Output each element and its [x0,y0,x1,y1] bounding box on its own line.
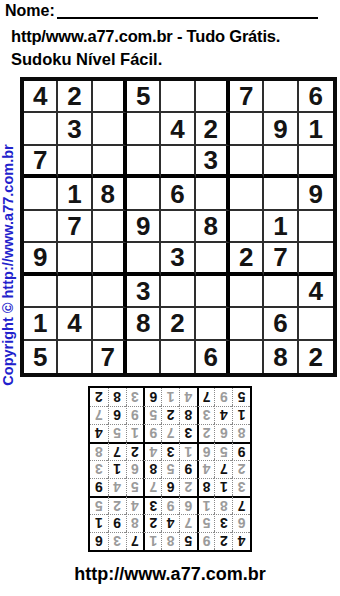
puzzle-cell-r9c9: 2 [299,341,333,373]
solution-cell-r7c9: 4 [90,424,108,442]
solution-cell-r7c5: 7 [161,424,179,442]
puzzle-cell-r4c2: 1 [58,178,92,210]
solution-cell-r6c7: 2 [126,442,144,460]
solution-cell-r1c1: 4 [232,532,250,550]
solution-cell-r9c7: 3 [126,388,144,406]
solution-cell-r7c2: 6 [214,424,232,442]
solution-cell-r1c2: 2 [214,532,232,550]
solution-cell-r3c7: 4 [126,496,144,514]
puzzle-cell-r5c7 [230,211,264,243]
sudoku-print-page: Nome: http/www.a77.com.br - Tudo Grátis.… [0,0,340,596]
solution-cell-r3c6: 3 [143,496,161,514]
puzzle-cell-r9c2 [58,341,92,373]
solution-cell-r1c3: 9 [197,532,215,550]
puzzle-cell-r2c7 [230,113,264,145]
puzzle-level-title: Sudoku Nível Fácil. [11,50,162,69]
puzzle-cell-r5c6: 8 [196,211,230,243]
puzzle-cell-r3c6: 3 [196,146,230,178]
puzzle-cell-r8c4: 8 [127,308,161,340]
solution-cell-r4c1: 3 [232,478,250,496]
puzzle-cell-r5c5 [161,211,195,243]
puzzle-cell-r7c1 [24,276,58,308]
solution-cell-r1c9: 6 [90,532,108,550]
solution-cell-r6c6: 4 [143,442,161,460]
puzzle-cell-r6c5: 3 [161,243,195,275]
solution-cell-r8c3: 3 [197,406,215,424]
solution-cell-r4c2: 1 [214,478,232,496]
solution-cell-r2c1: 6 [232,514,250,532]
solution-cell-r6c8: 7 [108,442,126,460]
puzzle-cell-r8c5: 2 [161,308,195,340]
puzzle-cell-r9c8: 8 [264,341,298,373]
solution-cell-r9c1: 5 [232,388,250,406]
puzzle-cell-r8c8: 6 [264,308,298,340]
solution-cell-r1c7: 7 [126,532,144,550]
puzzle-cell-r8c3 [93,308,127,340]
solution-cell-r8c8: 6 [108,406,126,424]
solution-cell-r6c4: 1 [179,442,197,460]
puzzle-cell-r6c7: 2 [230,243,264,275]
puzzle-grid: 425763429173186979819327341482657682 [20,77,337,377]
solution-cell-r4c3: 8 [197,478,215,496]
puzzle-cell-r5c4: 9 [127,211,161,243]
puzzle-cell-r4c9: 9 [299,178,333,210]
solution-cell-r1c6: 1 [143,532,161,550]
solution-cell-r6c3: 6 [197,442,215,460]
puzzle-cell-r6c9 [299,243,333,275]
puzzle-cell-r3c3 [93,146,127,178]
puzzle-cell-r9c7 [230,341,264,373]
solution-cell-r2c6: 2 [143,514,161,532]
solution-cell-r5c2: 7 [214,460,232,478]
solution-cell-r5c7: 6 [126,460,144,478]
puzzle-cell-r9c3: 7 [93,341,127,373]
puzzle-cell-r5c9 [299,211,333,243]
solution-cell-r6c2: 5 [214,442,232,460]
solution-cell-r2c2: 3 [214,514,232,532]
solution-grid: 4295817366357428917816934253182675492749… [88,386,252,552]
solution-cell-r9c6: 6 [143,388,161,406]
solution-cell-r7c1: 8 [232,424,250,442]
solution-cell-r7c8: 5 [108,424,126,442]
puzzle-cell-r4c5: 6 [161,178,195,210]
puzzle-cell-r2c9: 1 [299,113,333,145]
site-title: http/www.a77.com.br - Tudo Grátis. [11,27,280,46]
solution-cell-r8c2: 4 [214,406,232,424]
puzzle-cell-r5c8: 1 [264,211,298,243]
puzzle-cell-r4c3: 8 [93,178,127,210]
solution-cell-r5c4: 9 [179,460,197,478]
puzzle-cell-r3c4 [127,146,161,178]
puzzle-cell-r9c6: 6 [196,341,230,373]
solution-cell-r5c1: 2 [232,460,250,478]
puzzle-cell-r1c1: 4 [24,81,58,113]
puzzle-cell-r4c1 [24,178,58,210]
solution-cell-r4c7: 5 [126,478,144,496]
solution-cell-r4c8: 4 [108,478,126,496]
solution-cell-r8c6: 5 [143,406,161,424]
solution-cell-r5c3: 4 [197,460,215,478]
name-row: Nome: [5,2,318,20]
puzzle-cell-r5c3 [93,211,127,243]
puzzle-cell-r9c4 [127,341,161,373]
solution-cell-r4c4: 2 [179,478,197,496]
puzzle-cell-r6c1: 9 [24,243,58,275]
puzzle-cell-r4c7 [230,178,264,210]
solution-cell-r8c4: 8 [179,406,197,424]
puzzle-cell-r2c2: 3 [58,113,92,145]
puzzle-cell-r6c4 [127,243,161,275]
solution-cell-r9c9: 2 [90,388,108,406]
solution-cell-r6c5: 3 [161,442,179,460]
solution-cell-r8c7: 9 [126,406,144,424]
name-underline [57,17,318,19]
name-label: Nome: [5,2,55,20]
solution-cell-r1c8: 3 [108,532,126,550]
solution-cell-r4c9: 9 [90,478,108,496]
puzzle-cell-r9c1: 5 [24,341,58,373]
puzzle-cell-r7c9: 4 [299,276,333,308]
solution-cell-r5c6: 8 [143,460,161,478]
puzzle-cell-r1c8 [264,81,298,113]
puzzle-cell-r1c5 [161,81,195,113]
solution-cell-r3c5: 9 [161,496,179,514]
puzzle-cell-r2c3 [93,113,127,145]
puzzle-cell-r3c8 [264,146,298,178]
solution-cell-r3c2: 8 [214,496,232,514]
puzzle-cell-r3c9 [299,146,333,178]
solution-cell-r1c5: 8 [161,532,179,550]
puzzle-cell-r9c5 [161,341,195,373]
solution-cell-r2c4: 7 [179,514,197,532]
solution-cell-r7c7: 1 [126,424,144,442]
puzzle-cell-r4c6 [196,178,230,210]
solution-cell-r8c1: 1 [232,406,250,424]
puzzle-cell-r3c2 [58,146,92,178]
solution-cell-r9c3: 7 [197,388,215,406]
solution-cell-r2c3: 5 [197,514,215,532]
solution-cell-r8c5: 2 [161,406,179,424]
puzzle-cell-r7c2 [58,276,92,308]
puzzle-cell-r1c9: 6 [299,81,333,113]
puzzle-cell-r1c4: 5 [127,81,161,113]
solution-cell-r3c8: 2 [108,496,126,514]
puzzle-cell-r7c7 [230,276,264,308]
solution-cell-r3c4: 6 [179,496,197,514]
puzzle-cell-r2c5: 4 [161,113,195,145]
puzzle-cell-r2c8: 9 [264,113,298,145]
puzzle-cell-r3c5 [161,146,195,178]
puzzle-cell-r6c3 [93,243,127,275]
puzzle-cell-r5c2: 7 [58,211,92,243]
solution-cell-r9c4: 4 [179,388,197,406]
puzzle-cell-r2c6: 2 [196,113,230,145]
puzzle-cell-r8c9 [299,308,333,340]
puzzle-cell-r7c6 [196,276,230,308]
solution-cell-r5c8: 1 [108,460,126,478]
puzzle-cell-r6c6 [196,243,230,275]
puzzle-cell-r1c6 [196,81,230,113]
copyright-text: Copyright © http://www.a77.com.br [0,86,20,444]
solution-cell-r3c3: 1 [197,496,215,514]
solution-cell-r1c4: 5 [179,532,197,550]
solution-cell-r2c8: 9 [108,514,126,532]
solution-cell-r7c6: 9 [143,424,161,442]
puzzle-cell-r8c2: 4 [58,308,92,340]
puzzle-cell-r1c7: 7 [230,81,264,113]
puzzle-cell-r8c6 [196,308,230,340]
puzzle-cell-r4c4 [127,178,161,210]
solution-cell-r2c9: 1 [90,514,108,532]
puzzle-cell-r7c4: 3 [127,276,161,308]
puzzle-cell-r1c3 [93,81,127,113]
puzzle-cell-r8c7 [230,308,264,340]
puzzle-cell-r7c5 [161,276,195,308]
puzzle-cell-r2c4 [127,113,161,145]
puzzle-cell-r1c2: 2 [58,81,92,113]
solution-cell-r6c1: 9 [232,442,250,460]
solution-cell-r4c6: 7 [143,478,161,496]
solution-cell-r2c7: 8 [126,514,144,532]
solution-cell-r3c9: 5 [90,496,108,514]
puzzle-cell-r4c8 [264,178,298,210]
solution-cell-r4c5: 6 [161,478,179,496]
solution-cell-r9c5: 1 [161,388,179,406]
solution-cell-r9c2: 9 [214,388,232,406]
footer-url: http://www.a77.com.br [0,564,340,585]
puzzle-cell-r3c1: 7 [24,146,58,178]
puzzle-cell-r6c2 [58,243,92,275]
solution-cell-r9c8: 8 [108,388,126,406]
solution-cell-r2c5: 4 [161,514,179,532]
puzzle-cell-r7c8 [264,276,298,308]
puzzle-cell-r7c3 [93,276,127,308]
solution-cell-r5c5: 5 [161,460,179,478]
puzzle-cell-r2c1 [24,113,58,145]
solution-cell-r7c4: 3 [179,424,197,442]
solution-cell-r8c9: 7 [90,406,108,424]
solution-cell-r3c1: 7 [232,496,250,514]
solution-cell-r6c9: 8 [90,442,108,460]
puzzle-cell-r6c8: 7 [264,243,298,275]
puzzle-cell-r3c7 [230,146,264,178]
solution-cell-r5c9: 3 [90,460,108,478]
solution-cell-r7c3: 2 [197,424,215,442]
puzzle-cell-r8c1: 1 [24,308,58,340]
puzzle-cell-r5c1 [24,211,58,243]
